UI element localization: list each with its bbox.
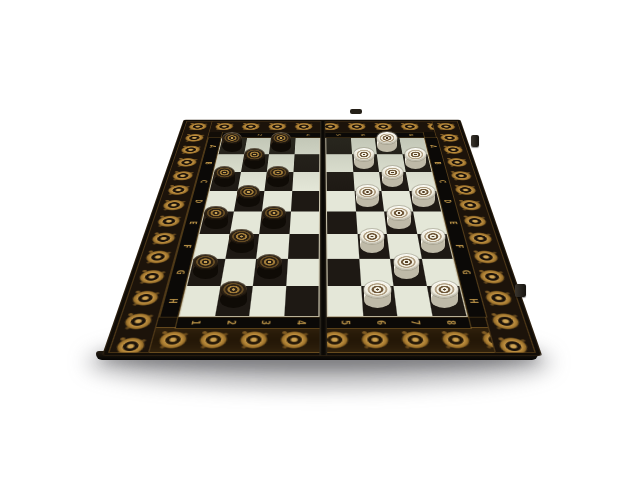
checker-top-ornament [193, 254, 219, 270]
checker-top-ornament [356, 185, 379, 199]
checker-top-ornament [237, 185, 260, 199]
coord-number-bottom-6: 6 [373, 318, 389, 327]
checker-top-ornament [421, 229, 446, 244]
coord-letter-right-E: E [446, 219, 460, 225]
square-A5[interactable] [326, 138, 351, 154]
black-checker-b2[interactable] [244, 148, 265, 169]
white-checker-b6[interactable] [354, 148, 375, 169]
checker-top-ornament [204, 206, 228, 221]
product-photo-scene: 12345678 12345678 ABCDEFGH ABCDEFGH [0, 0, 640, 480]
clasp-icon [515, 284, 526, 297]
coord-number-top-6: 6 [357, 133, 368, 137]
square-H1[interactable] [180, 286, 220, 316]
square-C5[interactable] [327, 172, 355, 191]
square-H4[interactable] [284, 286, 319, 316]
coord-letter-left-G: G [173, 268, 188, 276]
square-B5[interactable] [326, 154, 352, 172]
coord-letter-right-H: H [465, 296, 481, 304]
black-checker-g1[interactable] [193, 254, 219, 280]
checker-top-ornament [364, 281, 391, 298]
white-checker-d8[interactable] [412, 185, 435, 208]
white-checker-f8[interactable] [421, 229, 446, 254]
checker-top-ornament [387, 206, 411, 221]
white-checker-h8[interactable] [431, 281, 458, 308]
white-checker-a7[interactable] [377, 132, 397, 152]
coord-number-top-5: 5 [333, 133, 343, 137]
coord-number-bottom-2: 2 [223, 318, 239, 327]
square-F4[interactable] [287, 234, 318, 259]
square-G5[interactable] [327, 259, 360, 286]
coord-letter-right-B: B [431, 161, 443, 166]
checker-top-ornament [394, 254, 420, 270]
black-checker-a3[interactable] [271, 132, 291, 152]
coord-number-bottom-4: 4 [293, 318, 308, 327]
clasp-icon [471, 135, 479, 147]
coord-letter-left-D: D [192, 198, 205, 204]
coord-letter-left-H: H [165, 296, 181, 304]
square-H3[interactable] [249, 286, 286, 316]
white-checker-f6[interactable] [360, 229, 385, 254]
coord-letter-left-B: B [202, 161, 214, 166]
coord-letter-left-F: F [180, 243, 195, 250]
square-A4[interactable] [294, 138, 319, 154]
white-checker-e7[interactable] [387, 206, 411, 230]
coord-number-bottom-3: 3 [258, 318, 274, 327]
black-checker-d2[interactable] [237, 185, 260, 208]
white-checker-b8[interactable] [405, 148, 426, 169]
checkers-board: 12345678 12345678 ABCDEFGH ABCDEFGH [102, 120, 543, 356]
square-E5[interactable] [327, 212, 357, 235]
square-G4[interactable] [286, 259, 319, 286]
coord-letter-right-F: F [452, 243, 467, 250]
black-checker-c1[interactable] [214, 166, 236, 188]
square-H5[interactable] [328, 286, 363, 316]
black-checker-e1[interactable] [204, 206, 228, 230]
white-checker-g7[interactable] [394, 254, 420, 280]
coord-number-top-2: 2 [254, 133, 265, 137]
coord-number-bottom-7: 7 [408, 318, 424, 327]
checker-top-ornament [257, 254, 283, 270]
checker-top-ornament [405, 148, 426, 161]
hinge-icon [350, 109, 362, 114]
checker-top-ornament [412, 185, 435, 199]
coord-letter-left-E: E [186, 219, 200, 225]
white-checker-h6[interactable] [364, 281, 391, 308]
coord-letter-right-G: G [458, 268, 473, 276]
square-B4[interactable] [293, 154, 319, 172]
checker-top-ornament [244, 148, 265, 161]
square-D4[interactable] [290, 191, 319, 212]
black-checker-f2[interactable] [229, 229, 254, 254]
checker-top-ornament [431, 281, 458, 298]
coord-letter-left-A: A [207, 144, 219, 149]
coord-number-top-8: 8 [405, 133, 416, 137]
white-checker-c7[interactable] [382, 166, 404, 188]
black-checker-e3[interactable] [262, 206, 286, 230]
square-H7[interactable] [393, 286, 431, 316]
coord-number-bottom-8: 8 [442, 318, 459, 327]
coord-letter-left-C: C [197, 179, 210, 184]
checker-top-ornament [267, 166, 289, 179]
coord-number-bottom-1: 1 [187, 318, 204, 327]
black-checker-h2[interactable] [220, 281, 247, 308]
checker-top-ornament [360, 229, 385, 244]
black-checker-a1[interactable] [222, 132, 242, 152]
coord-letter-right-D: D [441, 198, 454, 204]
square-E4[interactable] [289, 212, 319, 235]
coord-letter-right-C: C [436, 179, 449, 184]
checker-top-ornament [229, 229, 254, 244]
square-C4[interactable] [292, 172, 319, 191]
black-checker-g3[interactable] [257, 254, 283, 280]
coord-letter-right-A: A [427, 144, 439, 149]
square-F5[interactable] [327, 234, 359, 259]
black-checker-c3[interactable] [267, 166, 289, 188]
white-checker-d6[interactable] [356, 185, 379, 208]
coord-number-bottom-5: 5 [338, 318, 353, 327]
square-D5[interactable] [327, 191, 356, 212]
checker-top-ornament [220, 281, 247, 298]
coord-number-top-4: 4 [302, 133, 312, 137]
